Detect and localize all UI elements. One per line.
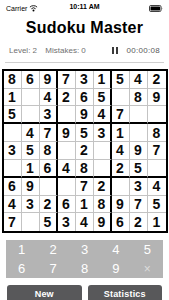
sudoku-cell-r9c6[interactable]: 9 (94, 213, 112, 231)
sudoku-cell-r2c7[interactable] (112, 89, 130, 107)
sudoku-cell-r3c4[interactable] (58, 106, 76, 124)
sudoku-cell-r5c4[interactable] (58, 142, 76, 160)
sudoku-cell-r3c6[interactable]: 4 (94, 106, 112, 124)
sudoku-cell-r8c5[interactable]: 1 (76, 196, 94, 214)
sudoku-cell-r6c5[interactable]: 8 (76, 160, 94, 178)
erase-key[interactable]: × (132, 259, 163, 278)
sudoku-cell-r5c1[interactable]: 3 (4, 142, 22, 160)
sudoku-cell-r6c8[interactable]: 5 (130, 160, 148, 178)
sudoku-cell-r7c5[interactable]: 7 (76, 178, 94, 196)
sudoku-cell-r6c4[interactable]: 4 (58, 160, 76, 178)
sudoku-cell-r9c1[interactable]: 7 (4, 213, 22, 231)
sudoku-cell-r3c3[interactable]: 3 (40, 106, 58, 124)
page-title: Sudoku Master (0, 19, 169, 37)
sudoku-cell-r8c6[interactable]: 8 (94, 196, 112, 214)
sudoku-cell-r4c7[interactable]: 1 (112, 124, 130, 142)
number-pad: 123456789× (6, 240, 163, 278)
sudoku-cell-r2c5[interactable]: 6 (76, 89, 94, 107)
sudoku-cell-r7c7[interactable] (112, 178, 130, 196)
footer-buttons: New Statistics (7, 285, 162, 300)
sudoku-cell-r9c4[interactable]: 3 (58, 213, 76, 231)
sudoku-cell-r6c3[interactable]: 6 (40, 160, 58, 178)
sudoku-cell-r1c2[interactable]: 6 (22, 71, 40, 89)
sudoku-cell-r8c3[interactable]: 2 (40, 196, 58, 214)
sudoku-cell-r4c2[interactable]: 4 (22, 124, 40, 142)
sudoku-cell-r4c1[interactable] (4, 124, 22, 142)
sudoku-cell-r1c9[interactable]: 2 (148, 71, 166, 89)
sudoku-cell-r9c9[interactable]: 1 (148, 213, 166, 231)
sudoku-cell-r5c2[interactable]: 5 (22, 142, 40, 160)
sudoku-cell-r5c5[interactable]: 2 (76, 142, 94, 160)
sudoku-cell-r6c9[interactable] (148, 160, 166, 178)
num-key-3[interactable]: 3 (69, 240, 100, 259)
level-label: Level: 2 (9, 46, 37, 55)
sudoku-cell-r8c8[interactable]: 7 (130, 196, 148, 214)
sudoku-cell-r8c2[interactable]: 3 (22, 196, 40, 214)
sudoku-cell-r6c2[interactable]: 1 (22, 160, 40, 178)
sudoku-cell-r1c6[interactable]: 1 (94, 71, 112, 89)
sudoku-cell-r4c3[interactable]: 7 (40, 124, 58, 142)
sudoku-cell-r8c1[interactable]: 4 (4, 196, 22, 214)
sudoku-cell-r2c4[interactable]: 2 (58, 89, 76, 107)
sudoku-cell-r1c3[interactable]: 9 (40, 71, 58, 89)
sudoku-cell-r2c2[interactable] (22, 89, 40, 107)
sudoku-cell-r7c1[interactable]: 6 (4, 178, 22, 196)
sudoku-cell-r2c6[interactable]: 5 (94, 89, 112, 107)
sudoku-cell-r4c6[interactable]: 3 (94, 124, 112, 142)
sudoku-cell-r3c8[interactable] (130, 106, 148, 124)
timer-value: 00:00:08 (126, 46, 160, 55)
pause-icon (112, 47, 114, 54)
sudoku-cell-r9c2[interactable] (22, 213, 40, 231)
num-key-1[interactable]: 1 (6, 240, 37, 259)
sudoku-cell-r4c4[interactable]: 9 (58, 124, 76, 142)
sudoku-cell-r2c1[interactable]: 1 (4, 89, 22, 107)
sudoku-cell-r9c7[interactable]: 6 (112, 213, 130, 231)
sudoku-cell-r3c1[interactable]: 5 (4, 106, 22, 124)
sudoku-cell-r3c7[interactable]: 7 (112, 106, 130, 124)
status-bar: Carrier 10:11 AM (0, 0, 169, 14)
sudoku-cell-r4c5[interactable]: 5 (76, 124, 94, 142)
sudoku-cell-r9c8[interactable]: 2 (130, 213, 148, 231)
mistakes-label: Mistakes: 0 (45, 46, 85, 55)
new-button[interactable]: New (7, 285, 82, 300)
wifi-icon (29, 4, 38, 12)
sudoku-cell-r5c9[interactable]: 7 (148, 142, 166, 160)
sudoku-cell-r1c4[interactable]: 7 (58, 71, 76, 89)
divider (5, 62, 164, 63)
sudoku-board: 8697315421426589539474795318358249716482… (2, 69, 168, 233)
sudoku-cell-r5c8[interactable]: 9 (130, 142, 148, 160)
sudoku-cell-r9c3[interactable]: 5 (40, 213, 58, 231)
carrier-label: Carrier (6, 5, 27, 12)
num-key-2[interactable]: 2 (37, 240, 68, 259)
sudoku-cell-r7c9[interactable]: 4 (148, 178, 166, 196)
sudoku-cell-r3c2[interactable] (22, 106, 40, 124)
battery-icon (149, 5, 163, 12)
sudoku-cell-r8c9[interactable]: 5 (148, 196, 166, 214)
app-screen: Carrier 10:11 AM Sudoku Master Level: 2 … (0, 0, 169, 300)
num-key-7[interactable]: 7 (37, 259, 68, 278)
sudoku-cell-r3c5[interactable]: 9 (76, 106, 94, 124)
num-key-6[interactable]: 6 (6, 259, 37, 278)
sudoku-cell-r4c9[interactable]: 8 (148, 124, 166, 142)
sudoku-cell-r6c6[interactable] (94, 160, 112, 178)
sudoku-cell-r6c7[interactable]: 2 (112, 160, 130, 178)
num-key-9[interactable]: 9 (100, 259, 131, 278)
sudoku-cell-r5c7[interactable]: 4 (112, 142, 130, 160)
sudoku-cell-r1c8[interactable]: 4 (130, 71, 148, 89)
sudoku-cell-r7c4[interactable] (58, 178, 76, 196)
sudoku-cell-r8c4[interactable]: 6 (58, 196, 76, 214)
sudoku-cell-r9c5[interactable]: 4 (76, 213, 94, 231)
info-bar: Level: 2 Mistakes: 0 00:00:08 (9, 46, 160, 55)
sudoku-cell-r3c9[interactable] (148, 106, 166, 124)
sudoku-cell-r6c1[interactable] (4, 160, 22, 178)
sudoku-cell-r5c3[interactable]: 8 (40, 142, 58, 160)
sudoku-cell-r5c6[interactable] (94, 142, 112, 160)
num-key-8[interactable]: 8 (69, 259, 100, 278)
sudoku-cell-r1c5[interactable]: 3 (76, 71, 94, 89)
statistics-button[interactable]: Statistics (88, 285, 163, 300)
sudoku-cell-r1c7[interactable]: 5 (112, 71, 130, 89)
sudoku-cell-r2c3[interactable]: 4 (40, 89, 58, 107)
sudoku-cell-r7c2[interactable]: 9 (22, 178, 40, 196)
num-key-5[interactable]: 5 (132, 240, 163, 259)
sudoku-cell-r2c8[interactable]: 8 (130, 89, 148, 107)
pause-button[interactable] (112, 47, 118, 54)
sudoku-cell-r7c6[interactable]: 2 (94, 178, 112, 196)
num-key-4[interactable]: 4 (100, 240, 131, 259)
sudoku-cell-r8c7[interactable]: 9 (112, 196, 130, 214)
sudoku-cell-r4c8[interactable] (130, 124, 148, 142)
sudoku-cell-r1c1[interactable]: 8 (4, 71, 22, 89)
carrier-group: Carrier (6, 4, 38, 12)
sudoku-cell-r7c3[interactable] (40, 178, 58, 196)
sudoku-cell-r2c9[interactable]: 9 (148, 89, 166, 107)
sudoku-cell-r7c8[interactable]: 3 (130, 178, 148, 196)
